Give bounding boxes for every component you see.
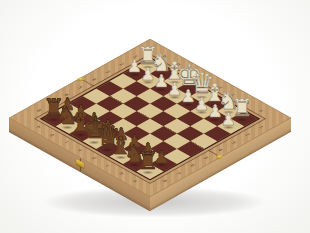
coord-file-d-near: d [90, 156, 97, 160]
coord-file-h-near: h [35, 125, 42, 129]
board-tilt: hhggffeeddccbbaa1122334455667788 ♜♞♝♚♛♝♞… [9, 39, 292, 197]
coord-file-g-near: g [49, 133, 56, 137]
coord-rank-3-left: 3 [104, 70, 111, 74]
coord-rank-3-right: 3 [230, 141, 237, 145]
coord-rank-2-right: 2 [244, 133, 251, 137]
coord-file-e-near: e [77, 148, 84, 152]
coord-rank-5-right: 5 [203, 156, 210, 160]
coord-rank-4-right: 4 [216, 148, 223, 152]
piece-black-rook[interactable]: ♜ [136, 149, 160, 173]
coord-file-c-near: c [104, 164, 111, 168]
coord-rank-5-left: 5 [77, 85, 84, 89]
coord-file-a-far: a [258, 109, 265, 113]
coord-rank-6-right: 6 [189, 164, 196, 168]
square-a8[interactable]: ♜ [137, 164, 164, 179]
piece-white-pawn[interactable]: ♟ [216, 111, 240, 128]
coord-file-a-near: a [132, 179, 139, 183]
coord-rank-1-right: 1 [258, 125, 265, 129]
coord-rank-7-right: 7 [175, 171, 182, 175]
coord-rank-8-right: 8 [161, 179, 168, 183]
scene: hhggffeeddccbbaa1122334455667788 ♜♞♝♚♛♝♞… [0, 0, 310, 233]
coord-rank-4-left: 4 [90, 78, 97, 82]
coord-file-b-near: b [118, 171, 125, 175]
clasp-hardware [76, 158, 84, 168]
coord-file-f-near: f [64, 141, 70, 144]
board-frame: hhggffeeddccbbaa1122334455667788 ♜♞♝♚♛♝♞… [9, 39, 292, 197]
